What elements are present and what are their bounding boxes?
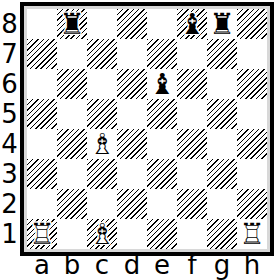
chess-board: ♜♝♜♝♝♗♜♖♝♗♜♖ xyxy=(27,9,267,249)
square-b4[interactable] xyxy=(57,129,87,159)
square-g5[interactable] xyxy=(207,99,237,129)
square-c5[interactable] xyxy=(87,99,117,129)
square-d7[interactable] xyxy=(117,39,147,69)
board-frame: ♜♝♜♝♝♗♜♖♝♗♜♖ xyxy=(20,2,274,256)
black-bishop-f8: ♝ xyxy=(177,9,207,39)
square-c6[interactable] xyxy=(87,69,117,99)
square-e4[interactable] xyxy=(147,129,177,159)
black-bishop-e6: ♝ xyxy=(147,69,177,99)
white-rook-a1: ♜♖ xyxy=(27,219,57,249)
square-e3[interactable] xyxy=(147,159,177,189)
rank-label-2: 2 xyxy=(0,189,19,219)
square-c7[interactable] xyxy=(87,39,117,69)
square-a4[interactable] xyxy=(27,129,57,159)
square-h5[interactable] xyxy=(237,99,267,129)
piece-glyph: ♗ xyxy=(89,219,115,249)
black-rook-b8: ♜ xyxy=(57,9,87,39)
square-h8[interactable] xyxy=(237,9,267,39)
rank-label-6: 6 xyxy=(0,69,19,99)
square-b8[interactable]: ♜ xyxy=(57,9,87,39)
square-a3[interactable] xyxy=(27,159,57,189)
square-d2[interactable] xyxy=(117,189,147,219)
file-label-b: b xyxy=(57,251,87,279)
rank-label-3: 3 xyxy=(0,159,19,189)
square-e7[interactable] xyxy=(147,39,177,69)
piece-glyph: ♖ xyxy=(29,219,55,249)
square-a6[interactable] xyxy=(27,69,57,99)
square-g4[interactable] xyxy=(207,129,237,159)
square-f4[interactable] xyxy=(177,129,207,159)
rank-label-4: 4 xyxy=(0,129,19,159)
black-rook-g8: ♜ xyxy=(207,9,237,39)
square-h2[interactable] xyxy=(237,189,267,219)
square-f6[interactable] xyxy=(177,69,207,99)
square-e8[interactable] xyxy=(147,9,177,39)
square-a1[interactable]: ♜♖ xyxy=(27,219,57,249)
square-c4[interactable]: ♝♗ xyxy=(87,129,117,159)
piece-glyph: ♖ xyxy=(239,219,265,249)
square-b2[interactable] xyxy=(57,189,87,219)
file-label-h: h xyxy=(237,251,267,279)
square-a5[interactable] xyxy=(27,99,57,129)
square-f2[interactable] xyxy=(177,189,207,219)
square-a2[interactable] xyxy=(27,189,57,219)
square-g2[interactable] xyxy=(207,189,237,219)
square-d8[interactable] xyxy=(117,9,147,39)
square-c1[interactable]: ♝♗ xyxy=(87,219,117,249)
square-e1[interactable] xyxy=(147,219,177,249)
square-c8[interactable] xyxy=(87,9,117,39)
square-g8[interactable]: ♜ xyxy=(207,9,237,39)
square-a8[interactable] xyxy=(27,9,57,39)
piece-glyph: ♝ xyxy=(179,9,205,39)
square-b7[interactable] xyxy=(57,39,87,69)
file-label-d: d xyxy=(117,251,147,279)
file-label-a: a xyxy=(27,251,57,279)
square-b5[interactable] xyxy=(57,99,87,129)
square-d4[interactable] xyxy=(117,129,147,159)
white-bishop-c1: ♝♗ xyxy=(87,219,117,249)
square-f8[interactable]: ♝ xyxy=(177,9,207,39)
rank-label-8: 8 xyxy=(0,9,19,39)
square-g1[interactable] xyxy=(207,219,237,249)
square-d3[interactable] xyxy=(117,159,147,189)
square-f3[interactable] xyxy=(177,159,207,189)
square-h7[interactable] xyxy=(237,39,267,69)
square-e6[interactable]: ♝ xyxy=(147,69,177,99)
square-f7[interactable] xyxy=(177,39,207,69)
square-c3[interactable] xyxy=(87,159,117,189)
white-rook-h1: ♜♖ xyxy=(237,219,267,249)
file-label-g: g xyxy=(207,251,237,279)
file-labels: abcdefgh xyxy=(27,251,267,279)
chess-diagram: 87654321 ♜♝♜♝♝♗♜♖♝♗♜♖ abcdefgh xyxy=(0,0,280,280)
square-e2[interactable] xyxy=(147,189,177,219)
piece-glyph: ♜ xyxy=(59,9,85,39)
square-f5[interactable] xyxy=(177,99,207,129)
square-d6[interactable] xyxy=(117,69,147,99)
square-c2[interactable] xyxy=(87,189,117,219)
file-label-e: e xyxy=(147,251,177,279)
square-e5[interactable] xyxy=(147,99,177,129)
rank-label-7: 7 xyxy=(0,39,19,69)
piece-glyph: ♝ xyxy=(149,69,175,99)
square-b1[interactable] xyxy=(57,219,87,249)
square-h6[interactable] xyxy=(237,69,267,99)
square-d1[interactable] xyxy=(117,219,147,249)
file-label-c: c xyxy=(87,251,117,279)
rank-label-1: 1 xyxy=(0,219,19,249)
square-d5[interactable] xyxy=(117,99,147,129)
square-g3[interactable] xyxy=(207,159,237,189)
white-bishop-c4: ♝♗ xyxy=(87,129,117,159)
square-b3[interactable] xyxy=(57,159,87,189)
square-g6[interactable] xyxy=(207,69,237,99)
square-a7[interactable] xyxy=(27,39,57,69)
piece-glyph: ♜ xyxy=(209,9,235,39)
file-label-f: f xyxy=(177,251,207,279)
square-g7[interactable] xyxy=(207,39,237,69)
rank-labels: 87654321 xyxy=(0,9,19,249)
square-h1[interactable]: ♜♖ xyxy=(237,219,267,249)
square-b6[interactable] xyxy=(57,69,87,99)
rank-label-5: 5 xyxy=(0,99,19,129)
square-f1[interactable] xyxy=(177,219,207,249)
square-h4[interactable] xyxy=(237,129,267,159)
square-h3[interactable] xyxy=(237,159,267,189)
piece-glyph: ♗ xyxy=(89,129,115,159)
